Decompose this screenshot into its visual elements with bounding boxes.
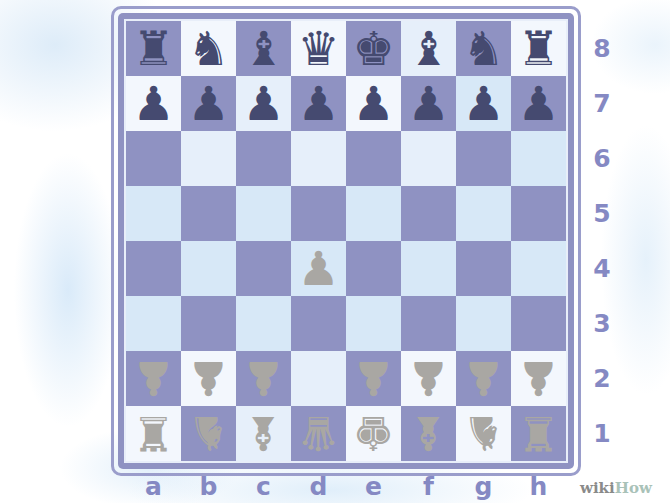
file-label-h: h [511, 472, 566, 500]
square-c5[interactable] [236, 186, 291, 241]
square-d1[interactable]: ♛ [291, 406, 346, 461]
square-f4[interactable] [401, 241, 456, 296]
piece-white-king-e1[interactable]: ♚ [346, 406, 401, 461]
rank-label-2: 2 [588, 351, 616, 406]
square-b6[interactable] [181, 131, 236, 186]
square-h5[interactable] [511, 186, 566, 241]
square-f5[interactable] [401, 186, 456, 241]
square-e6[interactable] [346, 131, 401, 186]
piece-white-pawn-a2[interactable]: ♟ [126, 351, 181, 406]
file-label-d: d [291, 472, 346, 500]
square-h1[interactable]: ♜ [511, 406, 566, 461]
square-c6[interactable] [236, 131, 291, 186]
rank-label-6: 6 [588, 131, 616, 186]
square-h7[interactable]: ♟ [511, 76, 566, 131]
square-d8[interactable]: ♛ [291, 21, 346, 76]
square-h6[interactable] [511, 131, 566, 186]
piece-white-pawn-h2[interactable]: ♟ [511, 351, 566, 406]
square-a1[interactable]: ♜ [126, 406, 181, 461]
square-g5[interactable] [456, 186, 511, 241]
square-g8[interactable]: ♞ [456, 21, 511, 76]
piece-white-knight-g1[interactable]: ♞ [456, 406, 511, 461]
piece-black-bishop-f8[interactable]: ♝ [401, 21, 456, 76]
square-e4[interactable] [346, 241, 401, 296]
rank-label-4: 4 [588, 241, 616, 296]
square-b4[interactable] [181, 241, 236, 296]
wikihow-watermark: wikiHow [580, 479, 652, 497]
square-b2[interactable]: ♟ [181, 351, 236, 406]
piece-black-bishop-c8[interactable]: ♝ [236, 21, 291, 76]
square-c3[interactable] [236, 296, 291, 351]
piece-black-rook-a8[interactable]: ♜ [126, 21, 181, 76]
piece-white-pawn-c2[interactable]: ♟ [236, 351, 291, 406]
square-c4[interactable] [236, 241, 291, 296]
square-f3[interactable] [401, 296, 456, 351]
page: ♜♞♝♛♚♝♞♜♟♟♟♟♟♟♟♟♟♟♟♟♟♟♟♟♜♞♝♛♚♝♞♜ 8765432… [0, 0, 670, 503]
square-e1[interactable]: ♚ [346, 406, 401, 461]
piece-white-bishop-f1[interactable]: ♝ [401, 406, 456, 461]
square-b5[interactable] [181, 186, 236, 241]
square-a5[interactable] [126, 186, 181, 241]
square-d6[interactable] [291, 131, 346, 186]
rank-label-7: 7 [588, 76, 616, 131]
square-a4[interactable] [126, 241, 181, 296]
piece-white-bishop-c1[interactable]: ♝ [236, 406, 291, 461]
square-c7[interactable]: ♟ [236, 76, 291, 131]
piece-black-pawn-c7[interactable]: ♟ [236, 76, 291, 131]
piece-black-pawn-d7[interactable]: ♟ [291, 76, 346, 131]
rank-labels: 87654321 [588, 21, 616, 461]
piece-white-knight-b1[interactable]: ♞ [181, 406, 236, 461]
piece-white-rook-a1[interactable]: ♜ [126, 406, 181, 461]
piece-white-pawn-g2[interactable]: ♟ [456, 351, 511, 406]
square-d5[interactable] [291, 186, 346, 241]
rank-label-8: 8 [588, 21, 616, 76]
square-c2[interactable]: ♟ [236, 351, 291, 406]
square-e8[interactable]: ♚ [346, 21, 401, 76]
piece-white-pawn-f2[interactable]: ♟ [401, 351, 456, 406]
square-h3[interactable] [511, 296, 566, 351]
square-b1[interactable]: ♞ [181, 406, 236, 461]
file-labels: abcdefgh [126, 472, 566, 500]
square-g4[interactable] [456, 241, 511, 296]
square-h4[interactable] [511, 241, 566, 296]
square-a6[interactable] [126, 131, 181, 186]
file-label-a: a [126, 472, 181, 500]
square-f2[interactable]: ♟ [401, 351, 456, 406]
file-label-e: e [346, 472, 401, 500]
piece-black-pawn-e7[interactable]: ♟ [346, 76, 401, 131]
piece-white-pawn-b2[interactable]: ♟ [181, 351, 236, 406]
piece-black-king-e8[interactable]: ♚ [346, 21, 401, 76]
square-g6[interactable] [456, 131, 511, 186]
square-f8[interactable]: ♝ [401, 21, 456, 76]
piece-black-knight-g8[interactable]: ♞ [456, 21, 511, 76]
square-a3[interactable] [126, 296, 181, 351]
piece-white-pawn-e2[interactable]: ♟ [346, 351, 401, 406]
piece-white-rook-h1[interactable]: ♜ [511, 406, 566, 461]
board-frame: ♜♞♝♛♚♝♞♜♟♟♟♟♟♟♟♟♟♟♟♟♟♟♟♟♜♞♝♛♚♝♞♜ [118, 13, 574, 469]
square-a8[interactable]: ♜ [126, 21, 181, 76]
watermark-wiki-text: wiki [580, 479, 615, 497]
piece-black-knight-b8[interactable]: ♞ [181, 21, 236, 76]
square-a2[interactable]: ♟ [126, 351, 181, 406]
square-e2[interactable]: ♟ [346, 351, 401, 406]
square-f7[interactable]: ♟ [401, 76, 456, 131]
file-label-g: g [456, 472, 511, 500]
square-b3[interactable] [181, 296, 236, 351]
piece-black-pawn-a7[interactable]: ♟ [126, 76, 181, 131]
square-b8[interactable]: ♞ [181, 21, 236, 76]
piece-white-pawn-d4[interactable]: ♟ [291, 241, 346, 296]
square-g1[interactable]: ♞ [456, 406, 511, 461]
square-b7[interactable]: ♟ [181, 76, 236, 131]
square-f6[interactable] [401, 131, 456, 186]
file-label-c: c [236, 472, 291, 500]
file-label-f: f [401, 472, 456, 500]
square-d3[interactable] [291, 296, 346, 351]
piece-black-pawn-b7[interactable]: ♟ [181, 76, 236, 131]
watermark-how-text: How [615, 479, 652, 497]
square-g3[interactable] [456, 296, 511, 351]
board-grid: ♜♞♝♛♚♝♞♜♟♟♟♟♟♟♟♟♟♟♟♟♟♟♟♟♜♞♝♛♚♝♞♜ [124, 19, 568, 463]
file-label-b: b [181, 472, 236, 500]
piece-black-pawn-h7[interactable]: ♟ [511, 76, 566, 131]
square-h8[interactable]: ♜ [511, 21, 566, 76]
piece-black-pawn-f7[interactable]: ♟ [401, 76, 456, 131]
chess-board: ♜♞♝♛♚♝♞♜♟♟♟♟♟♟♟♟♟♟♟♟♟♟♟♟♜♞♝♛♚♝♞♜ [111, 6, 581, 476]
square-f1[interactable]: ♝ [401, 406, 456, 461]
square-g7[interactable]: ♟ [456, 76, 511, 131]
square-a7[interactable]: ♟ [126, 76, 181, 131]
piece-black-rook-h8[interactable]: ♜ [511, 21, 566, 76]
square-e5[interactable] [346, 186, 401, 241]
rank-label-1: 1 [588, 406, 616, 461]
square-c8[interactable]: ♝ [236, 21, 291, 76]
square-h2[interactable]: ♟ [511, 351, 566, 406]
square-d4[interactable]: ♟ [291, 241, 346, 296]
piece-black-queen-d8[interactable]: ♛ [291, 21, 346, 76]
square-c1[interactable]: ♝ [236, 406, 291, 461]
square-e7[interactable]: ♟ [346, 76, 401, 131]
rank-label-3: 3 [588, 296, 616, 351]
piece-black-pawn-g7[interactable]: ♟ [456, 76, 511, 131]
rank-label-5: 5 [588, 186, 616, 241]
square-g2[interactable]: ♟ [456, 351, 511, 406]
square-e3[interactable] [346, 296, 401, 351]
piece-white-queen-d1[interactable]: ♛ [291, 406, 346, 461]
square-d2[interactable] [291, 351, 346, 406]
square-d7[interactable]: ♟ [291, 76, 346, 131]
